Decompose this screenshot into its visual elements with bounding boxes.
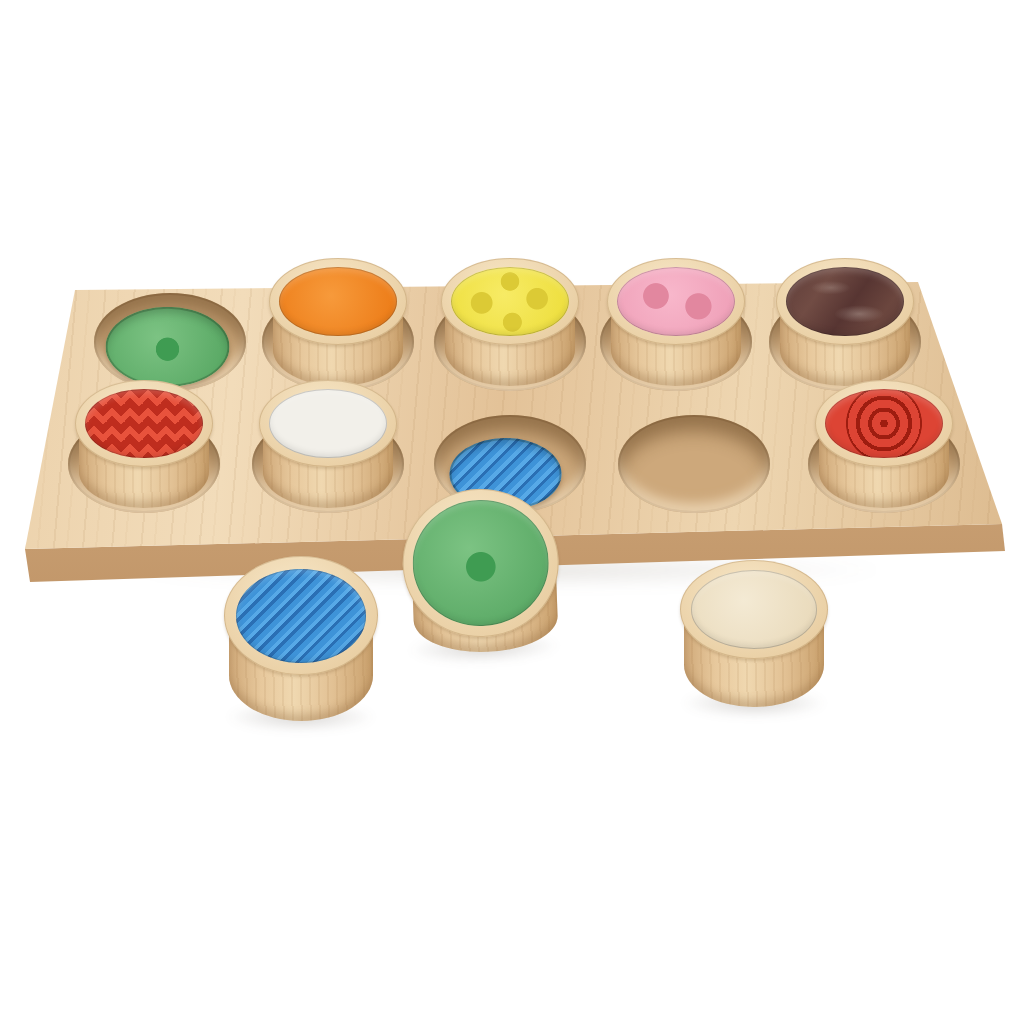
piece-wood-rim	[607, 258, 745, 345]
piece-face-red_zigzag	[85, 389, 202, 458]
board-cell-r2c1	[56, 410, 232, 518]
board-cell-r1c3	[422, 274, 598, 410]
piece-wood-rim	[441, 258, 579, 345]
piece-face-white_fleece	[269, 389, 386, 458]
piece-face-green_hole	[411, 498, 551, 628]
piece-face-cream	[691, 570, 817, 648]
piece-wood-rim	[815, 380, 953, 467]
embedded-disc-green_hole[interactable]	[106, 307, 230, 387]
piece-wood-rim	[269, 258, 407, 345]
piece-face-blue_stripes	[236, 569, 367, 663]
board-cell-r2c2	[240, 410, 416, 518]
board-cell-r1c4	[588, 274, 764, 410]
board-cell-r2c5	[796, 410, 972, 518]
piece-face-yellow_dots	[451, 267, 568, 336]
piece-brown[interactable]	[776, 258, 914, 390]
piece-pink_dots[interactable]	[607, 258, 745, 390]
board-cell-r2c4	[606, 410, 782, 518]
piece-wood-rim	[224, 556, 378, 675]
piece-wood-rim	[680, 560, 828, 659]
piece-blue_stripes[interactable]	[224, 556, 378, 724]
product-photo-scene	[0, 0, 1024, 1024]
piece-face-brown	[786, 267, 903, 336]
recess-r2c4	[618, 415, 770, 513]
piece-yellow_dots[interactable]	[441, 258, 579, 390]
piece-cream[interactable]	[680, 560, 828, 710]
piece-face-orange	[279, 267, 396, 336]
piece-red_rings[interactable]	[815, 380, 953, 512]
piece-wood-rim	[75, 380, 213, 467]
piece-face-red_rings	[825, 389, 942, 458]
piece-red_zigzag[interactable]	[75, 380, 213, 512]
piece-green_hole[interactable]	[400, 486, 562, 657]
piece-wood-rim	[776, 258, 914, 345]
board-grid	[70, 274, 950, 518]
piece-orange[interactable]	[269, 258, 407, 390]
piece-white_fleece[interactable]	[259, 380, 397, 512]
piece-wood-rim	[259, 380, 397, 467]
piece-face-pink_dots	[617, 267, 734, 336]
